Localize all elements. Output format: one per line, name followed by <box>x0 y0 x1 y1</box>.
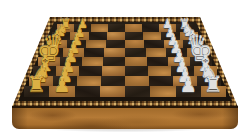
board-square-c3r4[interactable] <box>103 57 125 66</box>
board-square-c1r7[interactable]: ♟ <box>49 86 74 97</box>
board-square-c5r6[interactable] <box>149 76 173 86</box>
gold-rook-piece[interactable]: ♜ <box>27 74 46 96</box>
board-square-c3r6[interactable] <box>101 76 125 86</box>
silver-rook-piece[interactable]: ♜ <box>204 74 223 96</box>
board-square-c2r1[interactable] <box>89 32 107 40</box>
board-square-c2r0[interactable] <box>91 24 108 32</box>
gold-pawn-piece[interactable]: ♟ <box>53 76 70 96</box>
board-square-c5r5[interactable] <box>148 66 171 76</box>
board-square-c5r2[interactable] <box>144 40 163 48</box>
board-square-c4r7[interactable] <box>125 86 150 97</box>
chess-set-photo: ♜♟♟♜♞♟♟♞♝♟♟♝♛♟♟♛♚♟♟♚♝♟♟♝♞♟♟♞♜♟♟♜ Standar… <box>0 0 250 135</box>
board-row-7: ♜♟♟♜ <box>24 86 226 97</box>
board-square-c4r3[interactable] <box>125 48 146 57</box>
board-square-c6r7[interactable]: ♟ <box>176 86 201 97</box>
board-square-c0r7[interactable]: ♜ <box>24 86 49 97</box>
board-square-c5r7[interactable] <box>150 86 175 97</box>
board-square-c5r3[interactable] <box>146 48 167 57</box>
board-square-c2r3[interactable] <box>84 48 105 57</box>
board-square-c3r0[interactable] <box>108 24 125 32</box>
board-square-c4r5[interactable] <box>125 66 148 76</box>
board-square-c4r1[interactable] <box>125 32 143 40</box>
board-square-c4r0[interactable] <box>125 24 142 32</box>
board-square-c4r4[interactable] <box>125 57 147 66</box>
silver-pawn-piece[interactable]: ♟ <box>179 76 196 96</box>
board-square-c3r2[interactable] <box>106 40 125 48</box>
board-square-c4r2[interactable] <box>125 40 144 48</box>
board-square-c2r5[interactable] <box>79 66 102 76</box>
board-square-c5r1[interactable] <box>143 32 161 40</box>
board-square-c5r0[interactable] <box>142 24 159 32</box>
board-square-c3r3[interactable] <box>104 48 125 57</box>
board-square-c7r7[interactable]: ♜ <box>201 86 226 97</box>
leather-box-front <box>12 106 238 129</box>
board-square-c2r4[interactable] <box>82 57 104 66</box>
board-square-c2r6[interactable] <box>77 76 101 86</box>
board-square-c5r4[interactable] <box>147 57 169 66</box>
board-square-c3r7[interactable] <box>100 86 125 97</box>
board-square-c3r5[interactable] <box>102 66 125 76</box>
board-square-c3r1[interactable] <box>107 32 125 40</box>
chess-board: ♜♟♟♜♞♟♟♞♝♟♟♝♛♟♟♛♚♟♟♚♝♟♟♝♞♟♟♞♜♟♟♜ <box>0 24 250 97</box>
board-square-c2r7[interactable] <box>75 86 100 97</box>
board-square-c2r2[interactable] <box>86 40 105 48</box>
board-square-c4r6[interactable] <box>125 76 149 86</box>
